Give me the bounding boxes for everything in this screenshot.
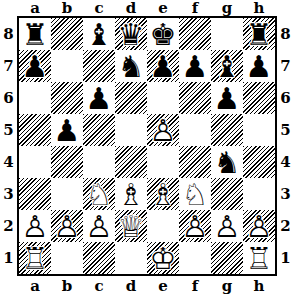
black-pawn-icon: ♟ [243, 50, 275, 82]
square-e4[interactable] [147, 146, 179, 178]
square-a7[interactable]: ♟♟ [19, 50, 51, 82]
white-knight-icon: ♘ [83, 178, 115, 210]
square-c7[interactable] [83, 50, 115, 82]
rank-label-7: 7 [0, 50, 17, 82]
square-c4[interactable] [83, 146, 115, 178]
square-g2[interactable]: ♟♙ [211, 210, 243, 242]
file-label-f: f [179, 278, 211, 294]
black-bishop-icon: ♝ [211, 50, 243, 82]
white-rook-icon: ♖ [243, 242, 275, 274]
rank-label-5: 5 [0, 114, 17, 146]
white-rook-halo: ♜ [19, 242, 51, 274]
square-a5[interactable] [19, 114, 51, 146]
black-pawn-icon: ♟ [83, 82, 115, 114]
white-pawn-halo: ♟ [243, 210, 275, 242]
white-rook-halo: ♜ [243, 242, 275, 274]
white-pawn-halo: ♟ [211, 210, 243, 242]
square-d5[interactable] [115, 114, 147, 146]
square-d3[interactable]: ♝♗ [115, 178, 147, 210]
file-label-b: b [51, 278, 83, 294]
white-pawn-halo: ♟ [147, 114, 179, 146]
black-rook-halo: ♜ [19, 18, 51, 50]
square-b6[interactable] [51, 82, 83, 114]
square-e3[interactable]: ♝♗ [147, 178, 179, 210]
black-pawn-halo: ♟ [51, 114, 83, 146]
square-b2[interactable]: ♟♙ [51, 210, 83, 242]
black-rook-icon: ♜ [243, 18, 275, 50]
white-queen-icon: ♕ [115, 210, 147, 242]
black-king-icon: ♚ [147, 18, 179, 50]
white-pawn-icon: ♙ [19, 210, 51, 242]
white-king-halo: ♚ [147, 242, 179, 274]
file-label-b: b [51, 0, 83, 16]
rank-label-3: 3 [277, 178, 294, 210]
square-a1[interactable]: ♜♖ [19, 242, 51, 274]
black-knight-icon: ♞ [115, 50, 147, 82]
square-h4[interactable] [243, 146, 275, 178]
file-label-h: h [243, 0, 275, 16]
square-a4[interactable] [19, 146, 51, 178]
white-knight-halo: ♞ [83, 178, 115, 210]
square-g5[interactable] [211, 114, 243, 146]
white-bishop-icon: ♗ [147, 178, 179, 210]
square-h6[interactable] [243, 82, 275, 114]
square-g1[interactable] [211, 242, 243, 274]
rank-label-2: 2 [0, 210, 17, 242]
square-b3[interactable] [51, 178, 83, 210]
black-rook-halo: ♜ [243, 18, 275, 50]
square-h8[interactable]: ♜♜ [243, 18, 275, 50]
black-knight-icon: ♞ [211, 146, 243, 178]
black-pawn-halo: ♟ [83, 82, 115, 114]
black-pawn-halo: ♟ [19, 50, 51, 82]
white-pawn-halo: ♟ [19, 210, 51, 242]
square-b5[interactable]: ♟♟ [51, 114, 83, 146]
file-labels-bottom: abcdefgh [19, 278, 275, 294]
file-label-a: a [19, 0, 51, 16]
white-pawn-icon: ♙ [179, 210, 211, 242]
square-f3[interactable]: ♞♘ [179, 178, 211, 210]
square-c2[interactable]: ♟♙ [83, 210, 115, 242]
black-pawn-halo: ♟ [211, 82, 243, 114]
black-pawn-icon: ♟ [147, 50, 179, 82]
file-label-f: f [179, 0, 211, 16]
square-a3[interactable] [19, 178, 51, 210]
white-knight-halo: ♞ [179, 178, 211, 210]
chess-diagram: abcdefgh 87654321 ♜♜♝♝♛♛♚♚♜♜♟♟♞♞♟♟♟♟♝♝♟♟… [0, 0, 294, 295]
square-e2[interactable] [147, 210, 179, 242]
square-e8[interactable]: ♚♚ [147, 18, 179, 50]
white-king-icon: ♔ [147, 242, 179, 274]
black-pawn-icon: ♟ [19, 50, 51, 82]
black-bishop-halo: ♝ [83, 18, 115, 50]
square-b8[interactable] [51, 18, 83, 50]
rank-label-1: 1 [0, 242, 17, 274]
file-label-e: e [147, 278, 179, 294]
black-pawn-icon: ♟ [51, 114, 83, 146]
white-pawn-icon: ♙ [243, 210, 275, 242]
square-c3[interactable]: ♞♘ [83, 178, 115, 210]
square-g7[interactable]: ♝♝ [211, 50, 243, 82]
rank-label-8: 8 [277, 18, 294, 50]
white-bishop-icon: ♗ [115, 178, 147, 210]
square-c8[interactable]: ♝♝ [83, 18, 115, 50]
file-label-e: e [147, 0, 179, 16]
rank-label-4: 4 [277, 146, 294, 178]
square-h2[interactable]: ♟♙ [243, 210, 275, 242]
rank-label-6: 6 [277, 82, 294, 114]
black-pawn-halo: ♟ [243, 50, 275, 82]
square-g3[interactable] [211, 178, 243, 210]
square-e5[interactable]: ♟♙ [147, 114, 179, 146]
square-a6[interactable] [19, 82, 51, 114]
rank-label-5: 5 [277, 114, 294, 146]
rank-label-1: 1 [277, 242, 294, 274]
file-label-a: a [19, 278, 51, 294]
rank-label-6: 6 [0, 82, 17, 114]
chess-board: ♜♜♝♝♛♛♚♚♜♜♟♟♞♞♟♟♟♟♝♝♟♟♟♟♟♟♟♟♟♙♞♞♞♘♝♗♝♗♞♘… [17, 16, 277, 276]
white-queen-halo: ♛ [115, 210, 147, 242]
file-label-c: c [83, 278, 115, 294]
square-a8[interactable]: ♜♜ [19, 18, 51, 50]
file-label-h: h [243, 278, 275, 294]
rank-label-3: 3 [0, 178, 17, 210]
square-c1[interactable] [83, 242, 115, 274]
square-b4[interactable] [51, 146, 83, 178]
white-pawn-icon: ♙ [211, 210, 243, 242]
square-h3[interactable] [243, 178, 275, 210]
black-pawn-halo: ♟ [147, 50, 179, 82]
black-pawn-halo: ♟ [179, 50, 211, 82]
square-g8[interactable] [211, 18, 243, 50]
white-bishop-halo: ♝ [147, 178, 179, 210]
square-h5[interactable] [243, 114, 275, 146]
file-labels-top: abcdefgh [19, 0, 275, 16]
file-label-d: d [115, 278, 147, 294]
black-bishop-icon: ♝ [83, 18, 115, 50]
square-g4[interactable]: ♞♞ [211, 146, 243, 178]
white-pawn-halo: ♟ [51, 210, 83, 242]
square-f1[interactable] [179, 242, 211, 274]
square-f2[interactable]: ♟♙ [179, 210, 211, 242]
black-pawn-icon: ♟ [179, 50, 211, 82]
square-d1[interactable] [115, 242, 147, 274]
square-d6[interactable] [115, 82, 147, 114]
square-b7[interactable] [51, 50, 83, 82]
white-pawn-halo: ♟ [83, 210, 115, 242]
black-king-halo: ♚ [147, 18, 179, 50]
rank-label-8: 8 [0, 18, 17, 50]
black-pawn-icon: ♟ [211, 82, 243, 114]
square-h7[interactable]: ♟♟ [243, 50, 275, 82]
square-f5[interactable] [179, 114, 211, 146]
file-label-d: d [115, 0, 147, 16]
square-f8[interactable] [179, 18, 211, 50]
rank-label-4: 4 [0, 146, 17, 178]
square-f4[interactable] [179, 146, 211, 178]
white-knight-icon: ♘ [179, 178, 211, 210]
black-rook-icon: ♜ [19, 18, 51, 50]
white-rook-icon: ♖ [19, 242, 51, 274]
square-b1[interactable] [51, 242, 83, 274]
rank-labels-right: 87654321 [277, 18, 294, 274]
square-e1[interactable]: ♚♔ [147, 242, 179, 274]
square-e7[interactable]: ♟♟ [147, 50, 179, 82]
square-d8[interactable]: ♛♛ [115, 18, 147, 50]
square-h1[interactable]: ♜♖ [243, 242, 275, 274]
black-knight-halo: ♞ [115, 50, 147, 82]
file-label-c: c [83, 0, 115, 16]
white-pawn-halo: ♟ [179, 210, 211, 242]
square-e6[interactable] [147, 82, 179, 114]
square-c5[interactable] [83, 114, 115, 146]
square-d4[interactable] [115, 146, 147, 178]
square-g6[interactable]: ♟♟ [211, 82, 243, 114]
white-bishop-halo: ♝ [115, 178, 147, 210]
file-label-g: g [211, 278, 243, 294]
black-queen-icon: ♛ [115, 18, 147, 50]
square-d7[interactable]: ♞♞ [115, 50, 147, 82]
file-label-g: g [211, 0, 243, 16]
square-d2[interactable]: ♛♕ [115, 210, 147, 242]
white-pawn-icon: ♙ [147, 114, 179, 146]
square-f6[interactable] [179, 82, 211, 114]
square-a2[interactable]: ♟♙ [19, 210, 51, 242]
black-bishop-halo: ♝ [211, 50, 243, 82]
black-queen-halo: ♛ [115, 18, 147, 50]
rank-labels-left: 87654321 [0, 18, 17, 274]
square-f7[interactable]: ♟♟ [179, 50, 211, 82]
white-pawn-icon: ♙ [83, 210, 115, 242]
square-c6[interactable]: ♟♟ [83, 82, 115, 114]
black-knight-halo: ♞ [211, 146, 243, 178]
rank-label-7: 7 [277, 50, 294, 82]
rank-label-2: 2 [277, 210, 294, 242]
white-pawn-icon: ♙ [51, 210, 83, 242]
